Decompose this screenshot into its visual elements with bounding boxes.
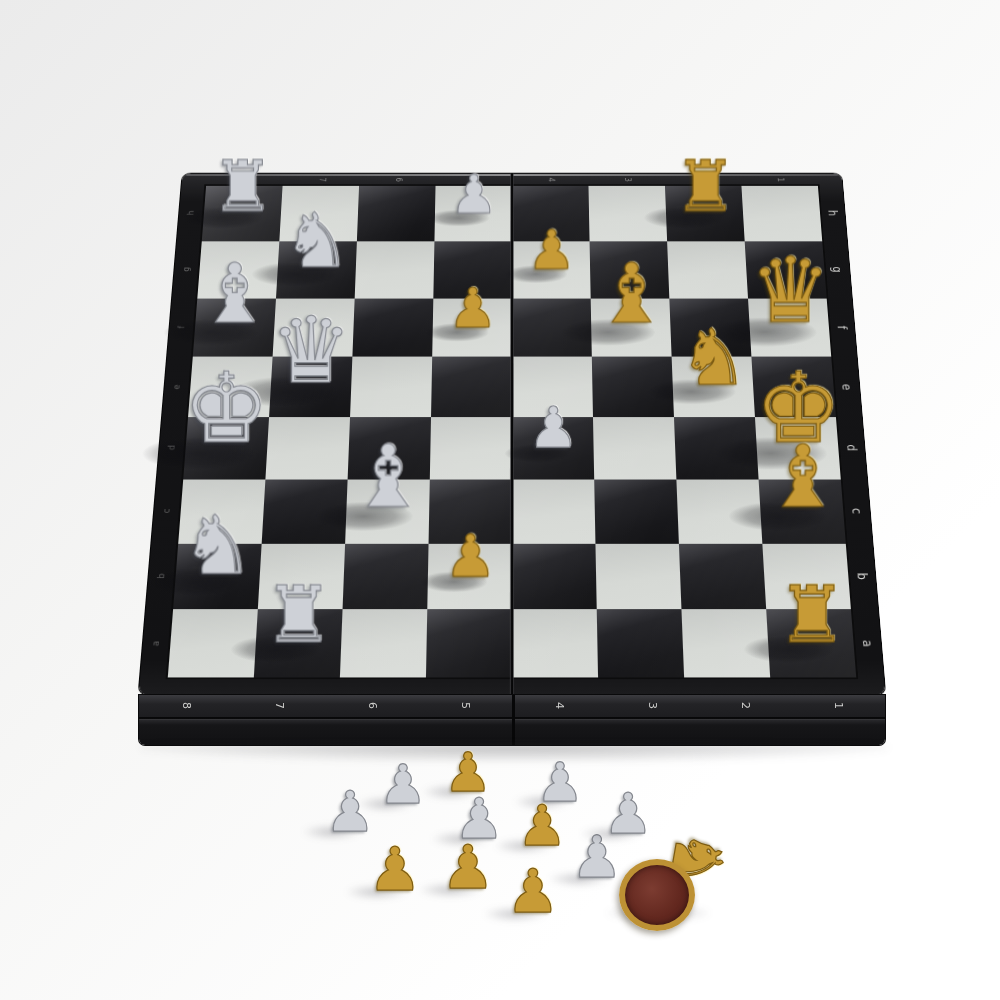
captured-pawn-white-11: ♟ bbox=[506, 863, 560, 920]
captured-pawn-white-9: ♟ bbox=[368, 841, 422, 898]
captured-pawn-black-8: ♟ bbox=[603, 787, 653, 840]
captured-pawn-white-6: ♟ bbox=[517, 799, 567, 852]
product-photo-background: hgfedcbahgfedcba87654321 ♜♟♜♞♟♝♟♝♛♛♞♚♟♚♝… bbox=[0, 0, 1000, 1000]
captured-pawn-black-1: ♟ bbox=[325, 785, 375, 838]
captured-pawn-black-2: ♟ bbox=[379, 759, 427, 810]
fallen-knight-felt-base bbox=[619, 859, 695, 931]
captured-pieces-tray: ♟♟♟♟♟♟♟♟♟♟♟♞ bbox=[0, 0, 1000, 1000]
captured-pawn-white-10: ♟ bbox=[441, 839, 495, 896]
